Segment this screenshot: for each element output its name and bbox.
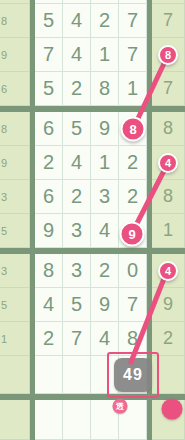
drag-handle[interactable] [162,399,183,420]
puzzle-screen: 8542779741765281786598924123623285934138… [0,0,185,440]
number-badge[interactable]: 4 [158,153,178,173]
number-badge[interactable]: 8 [158,45,178,65]
connector-lines [0,0,185,440]
number-badge[interactable]: 9 [120,222,145,247]
number-badge[interactable]: 8 [121,117,146,142]
mini-option-button[interactable]: 透 [113,399,128,414]
number-badge[interactable]: 4 [158,261,178,281]
annotation-overlay: 4988494透 [0,0,185,440]
